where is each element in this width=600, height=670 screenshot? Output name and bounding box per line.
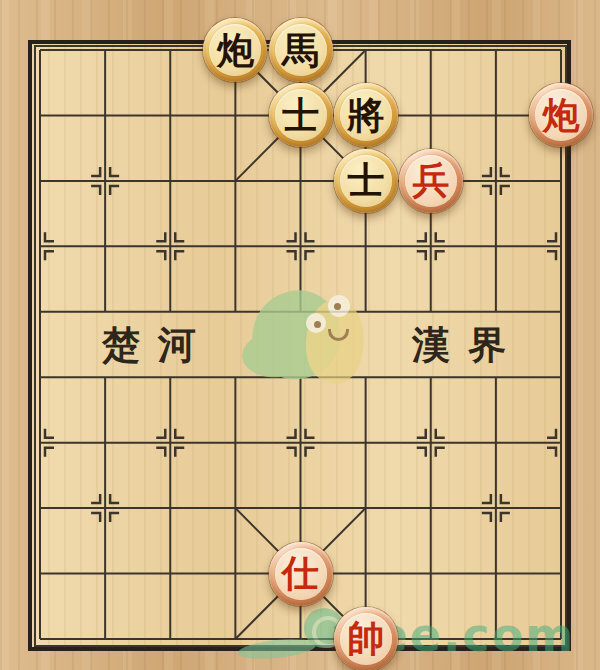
piece-black-cannon[interactable]: 炮 xyxy=(203,18,267,82)
snail-pupil xyxy=(314,321,321,328)
piece-glyph: 兵 xyxy=(405,155,457,207)
piece-red-cannon[interactable]: 炮 xyxy=(529,83,593,147)
piece-glyph: 馬 xyxy=(275,24,327,76)
snail-mascot-watermark xyxy=(240,283,370,388)
piece-glyph: 仕 xyxy=(275,548,327,600)
piece-glyph: 士 xyxy=(275,89,327,141)
piece-black-advisor[interactable]: 士 xyxy=(334,149,398,213)
piece-red-advisor[interactable]: 仕 xyxy=(269,542,333,606)
piece-glyph: 帥 xyxy=(340,613,392,665)
piece-black-advisor[interactable]: 士 xyxy=(269,83,333,147)
piece-black-general[interactable]: 將 xyxy=(334,83,398,147)
piece-red-soldier[interactable]: 兵 xyxy=(399,149,463,213)
river-label-chu-he: 楚河 xyxy=(102,322,214,368)
river-label-han-jie: 漢界 xyxy=(412,322,524,368)
piece-glyph: 炮 xyxy=(209,24,261,76)
xiangqi-screenshot: 楚河 漢界 wee.com 炮馬士將士兵炮仕帥 xyxy=(0,0,600,670)
piece-red-general[interactable]: 帥 xyxy=(334,607,398,670)
piece-glyph: 士 xyxy=(340,155,392,207)
piece-glyph: 炮 xyxy=(535,89,587,141)
snail-pupil xyxy=(334,303,341,310)
piece-glyph: 將 xyxy=(340,89,392,141)
piece-black-horse[interactable]: 馬 xyxy=(269,18,333,82)
